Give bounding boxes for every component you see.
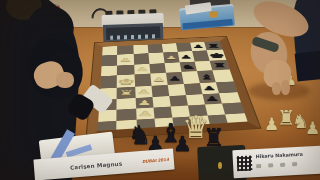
- piece-bP[interactable]: ♟: [192, 44, 205, 49]
- square[interactable]: [148, 52, 164, 63]
- video-frame: ♟♜♟♟♟♚♟♞♜♚♟♟♝♜♟♟♟♟♟ ♟ ♞♟♝♟♛♜♟ ♟♜♞♟ Carls…: [0, 0, 320, 180]
- square[interactable]: ♚: [117, 74, 135, 87]
- player-right-shirt: [295, 51, 320, 82]
- square[interactable]: [102, 55, 118, 67]
- sponsor-logos: [256, 161, 316, 169]
- piece-bR[interactable]: ♜: [207, 43, 221, 48]
- chess-board[interactable]: ♟♜♟♟♟♚♟♞♜♚♟♟♝♜♟♟♟♟♟: [98, 41, 248, 131]
- piece-wR[interactable]: ♜: [118, 90, 135, 97]
- pouch-detail: [218, 162, 222, 169]
- event-logo: DUBAI 2014: [142, 157, 169, 164]
- player-right-finger: [272, 82, 281, 95]
- square[interactable]: [135, 74, 152, 87]
- piece-wP[interactable]: ♟: [152, 77, 166, 83]
- blue-plastic-box: [179, 0, 237, 32]
- player-right-name: Hikaru Nakamura: [256, 152, 303, 159]
- square[interactable]: [100, 75, 117, 88]
- piece-bK[interactable]: ♚: [208, 52, 226, 58]
- square[interactable]: [154, 118, 173, 128]
- piece-bR[interactable]: ♜: [212, 62, 228, 68]
- piece-wK[interactable]: ♚: [117, 78, 136, 86]
- piece-bP[interactable]: ♟: [202, 85, 217, 91]
- piece-bP[interactable]: ♟: [205, 96, 220, 102]
- piece-wP[interactable]: ♟: [119, 57, 132, 62]
- player-right-finger: [281, 80, 290, 95]
- square[interactable]: [212, 69, 233, 82]
- player-left-name: Carlsen Magnus: [70, 160, 123, 170]
- piece-bP[interactable]: ♟: [180, 54, 193, 59]
- square[interactable]: [190, 115, 210, 125]
- square[interactable]: [134, 53, 150, 64]
- box-item: [210, 11, 218, 18]
- piece-wP[interactable]: ♟: [137, 89, 151, 95]
- name-plate-right: Hikaru Nakamura: [232, 146, 320, 179]
- piece-bP[interactable]: ♟: [168, 76, 182, 82]
- piece-wP[interactable]: ♟: [136, 67, 149, 72]
- square[interactable]: [172, 117, 191, 127]
- piece-bB[interactable]: ♝: [198, 74, 215, 81]
- piece-wP[interactable]: ♟: [165, 55, 178, 60]
- square[interactable]: [225, 113, 247, 123]
- square[interactable]: [116, 120, 137, 130]
- square[interactable]: [98, 121, 117, 131]
- square[interactable]: ♟: [150, 73, 167, 86]
- player-left-hand: [56, 72, 74, 88]
- piece-wP[interactable]: ♟: [138, 110, 153, 117]
- piece-bN[interactable]: ♞: [181, 64, 196, 70]
- square[interactable]: [137, 119, 156, 129]
- piece-wP[interactable]: ♟: [137, 100, 152, 107]
- qr-code: [237, 155, 253, 171]
